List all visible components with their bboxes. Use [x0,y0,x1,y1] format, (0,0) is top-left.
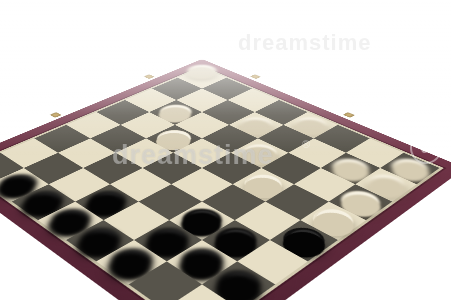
checkers-board-frame [0,59,451,300]
brass-hinge-icon [250,74,261,79]
brass-hinge-icon [144,74,155,79]
photo-scene: dreamstime dreamstime ® d [0,0,451,300]
brass-hinge-icon [50,112,62,118]
board-grid [0,67,440,300]
white-piece [181,62,222,80]
watermark-tile: dreamstime [238,30,372,56]
brass-hinge-icon [343,112,355,118]
